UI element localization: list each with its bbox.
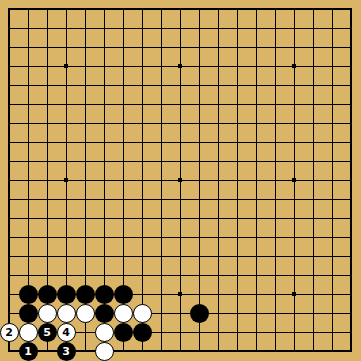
go-board-diagram: 25413	[0, 0, 361, 361]
black-stone[interactable]	[19, 285, 38, 304]
black-stone[interactable]	[38, 285, 57, 304]
white-stone[interactable]	[19, 323, 38, 342]
black-stone[interactable]	[57, 285, 76, 304]
white-stone[interactable]	[95, 323, 114, 342]
black-stone[interactable]	[114, 285, 133, 304]
black-stone[interactable]: 3	[57, 342, 76, 361]
white-stone[interactable]	[133, 304, 152, 323]
white-stone[interactable]	[57, 304, 76, 323]
black-stone[interactable]	[114, 323, 133, 342]
black-stone[interactable]	[95, 285, 114, 304]
white-stone[interactable]	[76, 304, 95, 323]
black-stone[interactable]	[133, 323, 152, 342]
move-number-label: 1	[24, 346, 32, 357]
go-board[interactable]: 25413	[0, 0, 361, 361]
white-stone[interactable]: 2	[0, 323, 19, 342]
black-stone[interactable]	[76, 285, 95, 304]
white-stone[interactable]	[38, 304, 57, 323]
move-number-label: 4	[62, 327, 70, 338]
move-number-label: 2	[5, 327, 13, 338]
white-stone[interactable]: 4	[57, 323, 76, 342]
black-stone[interactable]	[95, 304, 114, 323]
move-number-label: 3	[62, 346, 70, 357]
black-stone[interactable]	[19, 304, 38, 323]
black-stone[interactable]	[190, 304, 209, 323]
black-stone[interactable]: 5	[38, 323, 57, 342]
white-stone[interactable]	[95, 342, 114, 361]
white-stone[interactable]	[114, 304, 133, 323]
black-stone[interactable]: 1	[19, 342, 38, 361]
move-number-label: 5	[43, 327, 51, 338]
